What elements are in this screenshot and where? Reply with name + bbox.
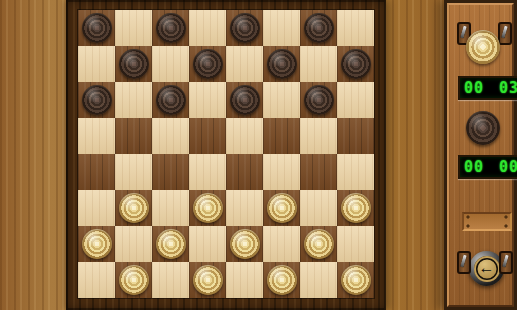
back-button-face: ← [474,256,500,282]
square-3-7[interactable] [337,118,374,154]
light-checker-piece[interactable] [341,193,371,223]
clasp-icon-top-right [498,22,512,45]
square-4-3[interactable] [189,154,226,190]
clasp-icon-bottom-right [499,251,513,274]
clasp-icon-bottom-left [457,251,471,274]
timer-minutes: 00 [464,160,484,175]
square-4-7[interactable] [337,154,374,190]
square-1-0[interactable] [78,46,115,82]
square-6-6[interactable] [300,226,337,262]
square-6-0[interactable] [78,226,115,262]
dark-checker-piece[interactable] [341,49,371,79]
square-4-4[interactable] [226,154,263,190]
square-0-5[interactable] [263,10,300,46]
dark-checker-piece[interactable] [156,85,186,115]
light-checker-piece[interactable] [230,229,260,259]
side-panel: 00 03 00 00 ← [444,0,517,310]
square-1-6[interactable] [300,46,337,82]
square-5-3[interactable] [189,190,226,226]
square-1-1[interactable] [115,46,152,82]
light-checker-piece[interactable] [156,229,186,259]
square-7-7[interactable] [337,262,374,298]
dark-checker-piece[interactable] [304,13,334,43]
square-1-3[interactable] [189,46,226,82]
square-6-7[interactable] [337,226,374,262]
square-0-1[interactable] [115,10,152,46]
square-6-3[interactable] [189,226,226,262]
timer-minutes: 00 [464,81,484,96]
square-3-5[interactable] [263,118,300,154]
light-checker-piece[interactable] [341,265,371,295]
board-grid [78,10,374,298]
nameplate [462,212,512,231]
square-7-5[interactable] [263,262,300,298]
light-player-piece-indicator [466,30,500,64]
dark-checker-piece[interactable] [267,49,297,79]
square-4-2[interactable] [152,154,189,190]
square-6-5[interactable] [263,226,300,262]
square-7-4[interactable] [226,262,263,298]
square-0-3[interactable] [189,10,226,46]
square-3-2[interactable] [152,118,189,154]
square-1-4[interactable] [226,46,263,82]
square-0-7[interactable] [337,10,374,46]
square-2-7[interactable] [337,82,374,118]
light-checker-piece[interactable] [267,265,297,295]
dark-checker-piece[interactable] [230,85,260,115]
light-checker-piece[interactable] [193,265,223,295]
square-4-6[interactable] [300,154,337,190]
square-2-2[interactable] [152,82,189,118]
square-5-6[interactable] [300,190,337,226]
square-4-0[interactable] [78,154,115,190]
square-0-4[interactable] [226,10,263,46]
dark-checker-piece[interactable] [193,49,223,79]
square-3-1[interactable] [115,118,152,154]
square-7-0[interactable] [78,262,115,298]
square-7-1[interactable] [115,262,152,298]
square-5-0[interactable] [78,190,115,226]
square-6-2[interactable] [152,226,189,262]
square-6-1[interactable] [115,226,152,262]
square-2-6[interactable] [300,82,337,118]
square-5-5[interactable] [263,190,300,226]
square-3-4[interactable] [226,118,263,154]
square-3-3[interactable] [189,118,226,154]
square-2-5[interactable] [263,82,300,118]
dark-checker-piece[interactable] [156,13,186,43]
light-checker-piece[interactable] [193,193,223,223]
dark-checker-piece[interactable] [230,13,260,43]
light-checker-piece[interactable] [82,229,112,259]
bottom-player-timer: 00 00 [458,155,517,179]
top-player-timer: 00 03 [458,76,517,100]
square-3-6[interactable] [300,118,337,154]
light-checker-piece[interactable] [304,229,334,259]
dark-player-piece-indicator [466,111,500,145]
timer-seconds: 00 [499,160,517,175]
square-5-1[interactable] [115,190,152,226]
square-7-6[interactable] [300,262,337,298]
square-6-4[interactable] [226,226,263,262]
square-7-3[interactable] [189,262,226,298]
dark-checker-piece[interactable] [119,49,149,79]
square-0-6[interactable] [300,10,337,46]
square-1-7[interactable] [337,46,374,82]
light-checker-piece[interactable] [119,265,149,295]
light-checker-piece[interactable] [267,193,297,223]
square-1-5[interactable] [263,46,300,82]
square-1-2[interactable] [152,46,189,82]
square-4-1[interactable] [115,154,152,190]
side-panel-surface: 00 03 00 00 ← [447,3,514,307]
timer-seconds: 03 [499,81,517,96]
back-arrow-icon: ← [479,260,495,276]
square-3-0[interactable] [78,118,115,154]
light-checker-piece[interactable] [119,193,149,223]
dark-checker-piece[interactable] [82,85,112,115]
square-5-4[interactable] [226,190,263,226]
square-2-4[interactable] [226,82,263,118]
square-0-0[interactable] [78,10,115,46]
square-7-2[interactable] [152,262,189,298]
square-2-1[interactable] [115,82,152,118]
dark-checker-piece[interactable] [82,13,112,43]
square-5-7[interactable] [337,190,374,226]
square-2-3[interactable] [189,82,226,118]
square-5-2[interactable] [152,190,189,226]
dark-checker-piece[interactable] [304,85,334,115]
square-0-2[interactable] [152,10,189,46]
square-4-5[interactable] [263,154,300,190]
square-2-0[interactable] [78,82,115,118]
